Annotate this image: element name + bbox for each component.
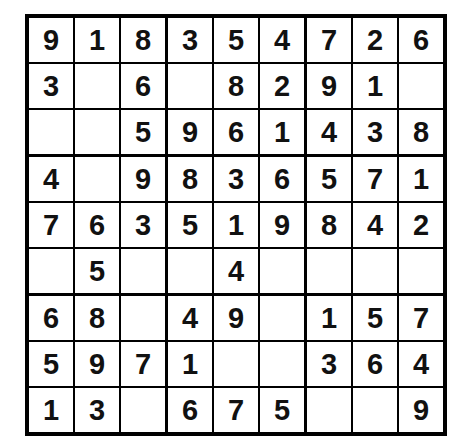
cell-r7c6[interactable]	[260, 296, 304, 340]
cell-r5c2[interactable]: 6	[75, 203, 119, 247]
cell-r9c7[interactable]	[307, 388, 351, 432]
cell-r7c9[interactable]: 7	[399, 296, 443, 340]
cell-r7c7[interactable]: 1	[307, 296, 351, 340]
cell-r1c9[interactable]: 6	[399, 18, 443, 62]
cell-r2c1[interactable]: 3	[29, 64, 73, 108]
cell-r4c2[interactable]	[75, 157, 119, 201]
cell-r2c3[interactable]: 6	[121, 64, 165, 108]
cell-r3c1[interactable]	[29, 110, 73, 154]
cell-r6c2[interactable]: 5	[75, 249, 119, 293]
cell-r5c9[interactable]: 2	[399, 203, 443, 247]
box-4: 497635	[29, 157, 165, 293]
cell-r1c5[interactable]: 5	[214, 18, 258, 62]
cell-r6c9[interactable]	[399, 249, 443, 293]
cell-r3c3[interactable]: 5	[121, 110, 165, 154]
cell-r6c4[interactable]	[168, 249, 212, 293]
cell-r9c9[interactable]: 9	[399, 388, 443, 432]
cell-r4c9[interactable]: 1	[399, 157, 443, 201]
cell-r6c6[interactable]	[260, 249, 304, 293]
cell-r5c4[interactable]: 5	[168, 203, 212, 247]
box-5: 8365194	[168, 157, 304, 293]
cell-r8c4[interactable]: 1	[168, 342, 212, 386]
cell-r9c2[interactable]: 3	[75, 388, 119, 432]
cell-r4c8[interactable]: 7	[353, 157, 397, 201]
cell-r2c7[interactable]: 9	[307, 64, 351, 108]
cell-r6c7[interactable]	[307, 249, 351, 293]
cell-r8c3[interactable]: 7	[121, 342, 165, 386]
cell-r3c4[interactable]: 9	[168, 110, 212, 154]
cell-r1c1[interactable]: 9	[29, 18, 73, 62]
cell-r5c7[interactable]: 8	[307, 203, 351, 247]
cell-r4c6[interactable]: 6	[260, 157, 304, 201]
cell-r8c7[interactable]: 3	[307, 342, 351, 386]
sudoku-board: 9183653548296172691438497635836519457184…	[25, 14, 447, 436]
cell-r9c3[interactable]	[121, 388, 165, 432]
cell-r7c2[interactable]: 8	[75, 296, 119, 340]
cell-r4c5[interactable]: 3	[214, 157, 258, 201]
cell-r2c4[interactable]	[168, 64, 212, 108]
cell-r7c8[interactable]: 5	[353, 296, 397, 340]
cell-r1c2[interactable]: 1	[75, 18, 119, 62]
cell-r1c7[interactable]: 7	[307, 18, 351, 62]
cell-r5c3[interactable]: 3	[121, 203, 165, 247]
cell-r3c2[interactable]	[75, 110, 119, 154]
cell-r9c8[interactable]	[353, 388, 397, 432]
cell-r4c4[interactable]: 8	[168, 157, 212, 201]
box-3: 72691438	[307, 18, 443, 154]
cell-r9c4[interactable]: 6	[168, 388, 212, 432]
cell-r3c9[interactable]: 8	[399, 110, 443, 154]
cell-r8c5[interactable]	[214, 342, 258, 386]
cell-r4c7[interactable]: 5	[307, 157, 351, 201]
cell-r6c1[interactable]	[29, 249, 73, 293]
box-1: 918365	[29, 18, 165, 154]
cell-r5c6[interactable]: 9	[260, 203, 304, 247]
cell-r5c8[interactable]: 4	[353, 203, 397, 247]
cell-r1c3[interactable]: 8	[121, 18, 165, 62]
cell-r7c1[interactable]: 6	[29, 296, 73, 340]
cell-r3c6[interactable]: 1	[260, 110, 304, 154]
cell-r2c9[interactable]	[399, 64, 443, 108]
cell-r3c8[interactable]: 3	[353, 110, 397, 154]
cell-r3c5[interactable]: 6	[214, 110, 258, 154]
cell-r2c2[interactable]	[75, 64, 119, 108]
cell-r2c5[interactable]: 8	[214, 64, 258, 108]
cell-r7c3[interactable]	[121, 296, 165, 340]
cell-r6c8[interactable]	[353, 249, 397, 293]
box-9: 1573649	[307, 296, 443, 432]
cell-r2c8[interactable]: 1	[353, 64, 397, 108]
cell-r9c5[interactable]: 7	[214, 388, 258, 432]
cell-r8c8[interactable]: 6	[353, 342, 397, 386]
cell-r7c5[interactable]: 9	[214, 296, 258, 340]
cell-r2c6[interactable]: 2	[260, 64, 304, 108]
cell-r9c6[interactable]: 5	[260, 388, 304, 432]
cell-r8c9[interactable]: 4	[399, 342, 443, 386]
box-8: 491675	[168, 296, 304, 432]
cell-r9c1[interactable]: 1	[29, 388, 73, 432]
cell-r5c5[interactable]: 1	[214, 203, 258, 247]
cell-r4c3[interactable]: 9	[121, 157, 165, 201]
cell-r5c1[interactable]: 7	[29, 203, 73, 247]
box-2: 35482961	[168, 18, 304, 154]
sudoku-page: 9183653548296172691438497635836519457184…	[0, 0, 460, 442]
box-7: 6859713	[29, 296, 165, 432]
cell-r4c1[interactable]: 4	[29, 157, 73, 201]
cell-r8c1[interactable]: 5	[29, 342, 73, 386]
cell-r6c3[interactable]	[121, 249, 165, 293]
cell-r1c6[interactable]: 4	[260, 18, 304, 62]
cell-r6c5[interactable]: 4	[214, 249, 258, 293]
box-6: 571842	[307, 157, 443, 293]
cell-r3c7[interactable]: 4	[307, 110, 351, 154]
cell-r1c4[interactable]: 3	[168, 18, 212, 62]
cell-r1c8[interactable]: 2	[353, 18, 397, 62]
cell-r8c6[interactable]	[260, 342, 304, 386]
cell-r7c4[interactable]: 4	[168, 296, 212, 340]
cell-r8c2[interactable]: 9	[75, 342, 119, 386]
